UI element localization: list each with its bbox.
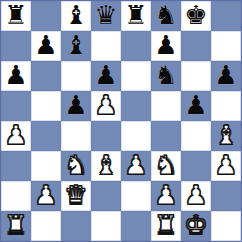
square-b2[interactable]: ♟ (31, 181, 61, 211)
square-e7[interactable] (121, 31, 151, 61)
black-pawn[interactable]: ♟ (34, 32, 57, 58)
white-rook[interactable]: ♜ (4, 212, 27, 238)
square-b4[interactable] (31, 121, 61, 151)
square-b5[interactable] (31, 91, 61, 121)
white-pawn[interactable]: ♟ (124, 152, 147, 178)
square-b1[interactable] (31, 211, 61, 241)
square-a6[interactable]: ♟ (1, 61, 31, 91)
square-f5[interactable] (151, 91, 181, 121)
square-b6[interactable] (31, 61, 61, 91)
square-g1[interactable]: ♚ (181, 211, 211, 241)
square-g8[interactable]: ♚ (181, 1, 211, 31)
square-c8[interactable]: ♝ (61, 1, 91, 31)
square-a4[interactable]: ♟ (1, 121, 31, 151)
square-a2[interactable] (1, 181, 31, 211)
square-d8[interactable]: ♛ (91, 1, 121, 31)
square-g3[interactable] (181, 151, 211, 181)
square-e6[interactable] (121, 61, 151, 91)
square-d2[interactable] (91, 181, 121, 211)
square-e5[interactable] (121, 91, 151, 121)
square-c4[interactable] (61, 121, 91, 151)
square-g4[interactable] (181, 121, 211, 151)
square-g5[interactable]: ♟ (181, 91, 211, 121)
black-rook[interactable]: ♜ (4, 2, 27, 28)
square-h2[interactable] (211, 181, 241, 211)
black-queen[interactable]: ♛ (94, 2, 117, 28)
black-pawn[interactable]: ♟ (94, 62, 117, 88)
white-pawn[interactable]: ♟ (4, 122, 27, 148)
black-pawn[interactable]: ♟ (214, 62, 237, 88)
black-pawn[interactable]: ♟ (154, 32, 177, 58)
square-g6[interactable] (181, 61, 211, 91)
square-a5[interactable] (1, 91, 31, 121)
square-h6[interactable]: ♟ (211, 61, 241, 91)
white-rook[interactable]: ♜ (154, 212, 177, 238)
square-c1[interactable] (61, 211, 91, 241)
black-knight[interactable]: ♞ (154, 2, 177, 28)
white-pawn[interactable]: ♟ (34, 182, 57, 208)
square-e3[interactable]: ♟ (121, 151, 151, 181)
square-b3[interactable] (31, 151, 61, 181)
square-c3[interactable]: ♞ (61, 151, 91, 181)
square-h7[interactable] (211, 31, 241, 61)
white-bishop[interactable]: ♝ (94, 152, 117, 178)
square-e4[interactable] (121, 121, 151, 151)
white-pawn[interactable]: ♟ (154, 182, 177, 208)
square-h5[interactable] (211, 91, 241, 121)
white-queen[interactable]: ♛ (64, 182, 87, 208)
square-f6[interactable]: ♞ (151, 61, 181, 91)
square-f4[interactable] (151, 121, 181, 151)
square-f2[interactable]: ♟ (151, 181, 181, 211)
white-knight[interactable]: ♞ (64, 152, 87, 178)
square-d3[interactable]: ♝ (91, 151, 121, 181)
square-d5[interactable]: ♟ (91, 91, 121, 121)
square-h3[interactable]: ♟ (211, 151, 241, 181)
black-pawn[interactable]: ♟ (4, 62, 27, 88)
square-f1[interactable]: ♜ (151, 211, 181, 241)
white-bishop[interactable]: ♝ (214, 122, 237, 148)
white-pawn[interactable]: ♟ (214, 152, 237, 178)
square-e2[interactable] (121, 181, 151, 211)
white-pawn[interactable]: ♟ (94, 92, 117, 118)
square-d6[interactable]: ♟ (91, 61, 121, 91)
black-rook[interactable]: ♜ (124, 2, 147, 28)
square-g7[interactable] (181, 31, 211, 61)
black-pawn[interactable]: ♟ (184, 92, 207, 118)
square-f7[interactable]: ♟ (151, 31, 181, 61)
square-h8[interactable] (211, 1, 241, 31)
square-d7[interactable] (91, 31, 121, 61)
square-h1[interactable] (211, 211, 241, 241)
chess-board: ♜♝♛♜♞♚♟♝♟♟♟♞♟♟♟♟♟♝♞♝♟♞♟♟♛♟♟♜♜♚ (0, 0, 242, 242)
square-c5[interactable]: ♟ (61, 91, 91, 121)
square-e1[interactable] (121, 211, 151, 241)
square-b8[interactable] (31, 1, 61, 31)
white-knight[interactable]: ♞ (154, 152, 177, 178)
black-king[interactable]: ♚ (184, 2, 207, 28)
square-h4[interactable]: ♝ (211, 121, 241, 151)
black-bishop[interactable]: ♝ (64, 32, 87, 58)
white-king[interactable]: ♚ (184, 212, 207, 238)
square-a3[interactable] (1, 151, 31, 181)
square-b7[interactable]: ♟ (31, 31, 61, 61)
square-a1[interactable]: ♜ (1, 211, 31, 241)
black-bishop[interactable]: ♝ (64, 2, 87, 28)
square-f3[interactable]: ♞ (151, 151, 181, 181)
square-d1[interactable] (91, 211, 121, 241)
square-d4[interactable] (91, 121, 121, 151)
white-pawn[interactable]: ♟ (184, 182, 207, 208)
square-e8[interactable]: ♜ (121, 1, 151, 31)
square-g2[interactable]: ♟ (181, 181, 211, 211)
black-knight[interactable]: ♞ (154, 62, 177, 88)
square-a7[interactable] (1, 31, 31, 61)
square-c2[interactable]: ♛ (61, 181, 91, 211)
square-c6[interactable] (61, 61, 91, 91)
square-a8[interactable]: ♜ (1, 1, 31, 31)
square-f8[interactable]: ♞ (151, 1, 181, 31)
square-c7[interactable]: ♝ (61, 31, 91, 61)
black-pawn[interactable]: ♟ (64, 92, 87, 118)
